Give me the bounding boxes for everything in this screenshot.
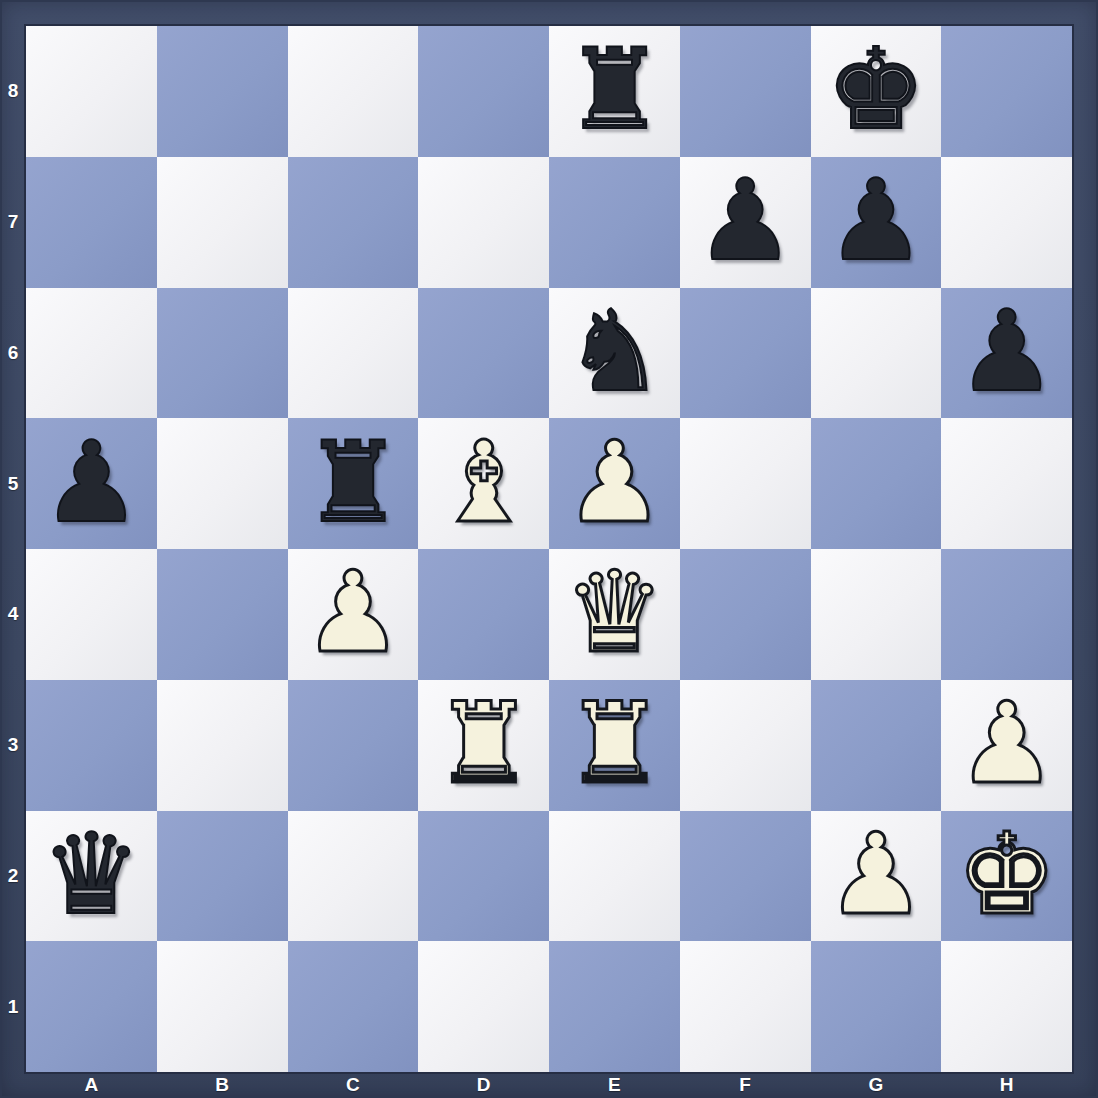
square-a8[interactable] <box>26 26 157 157</box>
square-d5[interactable]: ♝ <box>418 418 549 549</box>
square-f2[interactable] <box>680 811 811 942</box>
white-bishop-icon[interactable]: ♝ <box>433 426 533 538</box>
file-label-h: H <box>941 1072 1072 1098</box>
square-d7[interactable] <box>418 157 549 288</box>
square-c4[interactable]: ♟ <box>288 549 419 680</box>
square-e8[interactable]: ♜ <box>549 26 680 157</box>
square-f4[interactable] <box>680 549 811 680</box>
square-a7[interactable] <box>26 157 157 288</box>
square-d6[interactable] <box>418 288 549 419</box>
square-a4[interactable] <box>26 549 157 680</box>
square-c8[interactable] <box>288 26 419 157</box>
square-g4[interactable] <box>811 549 942 680</box>
square-c7[interactable] <box>288 157 419 288</box>
square-g8[interactable]: ♚ <box>811 26 942 157</box>
square-h4[interactable] <box>941 549 1072 680</box>
square-h2[interactable]: ♚ <box>941 811 1072 942</box>
rank-labels: 87654321 <box>0 26 26 1072</box>
white-rook-icon[interactable]: ♜ <box>433 687 533 799</box>
black-king-icon[interactable]: ♚ <box>826 33 926 145</box>
rank-label-5: 5 <box>0 418 26 549</box>
black-pawn-icon[interactable]: ♟ <box>41 426 141 538</box>
rank-label-6: 6 <box>0 288 26 419</box>
white-pawn-icon[interactable]: ♟ <box>956 687 1056 799</box>
rank-label-3: 3 <box>0 680 26 811</box>
square-e7[interactable] <box>549 157 680 288</box>
chess-board: ♜♚♟♟♞♟♟♜♝♟♟♛♜♜♟♛♟♚ <box>26 26 1072 1072</box>
rank-label-1: 1 <box>0 941 26 1072</box>
square-e3[interactable]: ♜ <box>549 680 680 811</box>
square-g3[interactable] <box>811 680 942 811</box>
square-h6[interactable]: ♟ <box>941 288 1072 419</box>
square-a6[interactable] <box>26 288 157 419</box>
chess-board-frame: 87654321 ABCDEFGH ♜♚♟♟♞♟♟♜♝♟♟♛♜♜♟♛♟♚ <box>0 0 1098 1098</box>
file-label-a: A <box>26 1072 157 1098</box>
square-h7[interactable] <box>941 157 1072 288</box>
white-rook-icon[interactable]: ♜ <box>564 687 664 799</box>
square-g5[interactable] <box>811 418 942 549</box>
square-h5[interactable] <box>941 418 1072 549</box>
square-a5[interactable]: ♟ <box>26 418 157 549</box>
black-knight-icon[interactable]: ♞ <box>564 295 664 407</box>
square-g2[interactable]: ♟ <box>811 811 942 942</box>
black-rook-icon[interactable]: ♜ <box>564 33 664 145</box>
file-label-b: B <box>157 1072 288 1098</box>
square-g7[interactable]: ♟ <box>811 157 942 288</box>
white-pawn-icon[interactable]: ♟ <box>826 818 926 930</box>
square-f7[interactable]: ♟ <box>680 157 811 288</box>
square-b6[interactable] <box>157 288 288 419</box>
square-b4[interactable] <box>157 549 288 680</box>
white-king-icon[interactable]: ♚ <box>956 818 1056 930</box>
black-pawn-icon[interactable]: ♟ <box>956 295 1056 407</box>
black-queen-icon[interactable]: ♛ <box>41 818 141 930</box>
square-h8[interactable] <box>941 26 1072 157</box>
square-b5[interactable] <box>157 418 288 549</box>
square-f5[interactable] <box>680 418 811 549</box>
file-label-g: G <box>811 1072 942 1098</box>
black-rook-icon[interactable]: ♜ <box>303 426 403 538</box>
file-label-d: D <box>418 1072 549 1098</box>
file-label-c: C <box>288 1072 419 1098</box>
rank-label-7: 7 <box>0 157 26 288</box>
square-a2[interactable]: ♛ <box>26 811 157 942</box>
square-g1[interactable] <box>811 941 942 1072</box>
rank-label-8: 8 <box>0 26 26 157</box>
square-a3[interactable] <box>26 680 157 811</box>
square-d2[interactable] <box>418 811 549 942</box>
square-e2[interactable] <box>549 811 680 942</box>
square-h1[interactable] <box>941 941 1072 1072</box>
rank-label-4: 4 <box>0 549 26 680</box>
file-labels: ABCDEFGH <box>26 1072 1072 1098</box>
white-pawn-icon[interactable]: ♟ <box>564 426 664 538</box>
white-queen-icon[interactable]: ♛ <box>564 556 664 668</box>
square-b2[interactable] <box>157 811 288 942</box>
square-c3[interactable] <box>288 680 419 811</box>
square-c5[interactable]: ♜ <box>288 418 419 549</box>
square-b8[interactable] <box>157 26 288 157</box>
square-g6[interactable] <box>811 288 942 419</box>
square-f1[interactable] <box>680 941 811 1072</box>
square-b3[interactable] <box>157 680 288 811</box>
square-e6[interactable]: ♞ <box>549 288 680 419</box>
white-pawn-icon[interactable]: ♟ <box>303 556 403 668</box>
square-f6[interactable] <box>680 288 811 419</box>
square-b1[interactable] <box>157 941 288 1072</box>
black-pawn-icon[interactable]: ♟ <box>826 164 926 276</box>
square-h3[interactable]: ♟ <box>941 680 1072 811</box>
rank-label-2: 2 <box>0 811 26 942</box>
square-c1[interactable] <box>288 941 419 1072</box>
square-d8[interactable] <box>418 26 549 157</box>
square-e5[interactable]: ♟ <box>549 418 680 549</box>
square-d3[interactable]: ♜ <box>418 680 549 811</box>
square-e4[interactable]: ♛ <box>549 549 680 680</box>
square-a1[interactable] <box>26 941 157 1072</box>
square-e1[interactable] <box>549 941 680 1072</box>
square-c6[interactable] <box>288 288 419 419</box>
square-c2[interactable] <box>288 811 419 942</box>
file-label-f: F <box>680 1072 811 1098</box>
square-d1[interactable] <box>418 941 549 1072</box>
square-f8[interactable] <box>680 26 811 157</box>
square-d4[interactable] <box>418 549 549 680</box>
black-pawn-icon[interactable]: ♟ <box>695 164 795 276</box>
square-f3[interactable] <box>680 680 811 811</box>
file-label-e: E <box>549 1072 680 1098</box>
square-b7[interactable] <box>157 157 288 288</box>
